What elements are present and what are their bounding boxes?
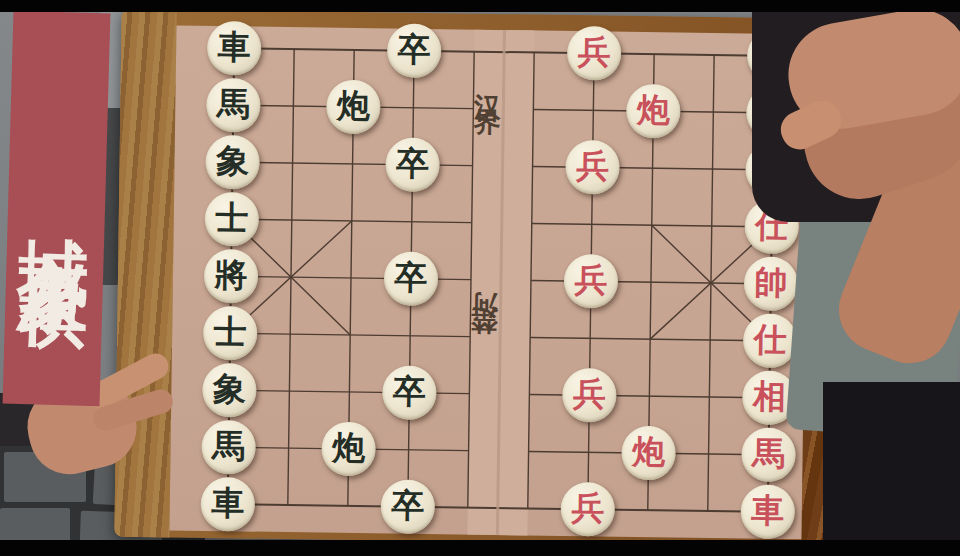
black-elephant-piece[interactable]: 象 xyxy=(205,134,260,189)
black-soldier-piece[interactable]: 卒 xyxy=(384,251,439,306)
board-point: 兵 xyxy=(559,366,620,424)
board-point: 卒 xyxy=(379,363,440,421)
black-soldier-piece[interactable]: 卒 xyxy=(387,23,442,78)
red-chariot-piece[interactable]: 車 xyxy=(740,484,795,539)
board-point: 卒 xyxy=(377,477,438,535)
board-point: 卒 xyxy=(382,135,443,193)
board-point: 兵 xyxy=(561,252,622,310)
board-point: 士 xyxy=(201,190,262,248)
red-advisor-piece[interactable]: 仕 xyxy=(743,313,798,368)
black-cannon-piece[interactable]: 炮 xyxy=(326,79,381,134)
letterbox-top xyxy=(0,0,960,12)
red-cannon-piece[interactable]: 炮 xyxy=(626,83,681,138)
board-point: 炮 xyxy=(323,78,384,136)
black-cannon-piece[interactable]: 炮 xyxy=(321,421,376,476)
red-cannon-piece[interactable]: 炮 xyxy=(621,425,676,480)
red-soldier-piece[interactable]: 兵 xyxy=(562,367,617,422)
board-point: 車 xyxy=(204,19,265,77)
black-general-piece[interactable]: 將 xyxy=(204,248,259,303)
black-horse-piece[interactable]: 馬 xyxy=(206,77,261,132)
red-soldier-piece[interactable]: 兵 xyxy=(567,25,622,80)
wood-frame-left xyxy=(114,9,176,538)
black-elephant-piece[interactable]: 象 xyxy=(202,362,257,417)
board-point: 卒 xyxy=(384,21,445,79)
board-point: 將 xyxy=(201,247,262,305)
board-point: 帥 xyxy=(741,254,802,312)
board-point: 車 xyxy=(197,475,258,533)
board-point: 卒 xyxy=(381,249,442,307)
board-point: 象 xyxy=(199,361,260,419)
black-advisor-piece[interactable]: 士 xyxy=(203,305,258,360)
board-point: 炮 xyxy=(618,424,679,482)
board-point: 士 xyxy=(200,304,261,362)
board-point: 車 xyxy=(737,482,798,540)
board-point: 兵 xyxy=(562,138,623,196)
banner-text: 城市象棋 xyxy=(9,179,105,238)
board-point: 馬 xyxy=(203,76,264,134)
black-soldier-piece[interactable]: 卒 xyxy=(385,137,440,192)
board-point: 炮 xyxy=(623,82,684,140)
red-soldier-piece[interactable]: 兵 xyxy=(560,481,615,536)
board-paper: 汉界 楚河 車馬象士將士象馬車炮炮卒卒卒卒卒兵兵兵兵兵炮炮車馬相仕帥仕相馬車 xyxy=(169,25,808,539)
street-xiangqi-photo: 城市象棋 汉界 楚河 車馬象士將士象馬車炮炮卒卒卒卒卒兵兵兵兵兵炮炮車馬相仕帥仕… xyxy=(0,0,960,556)
board-point: 馬 xyxy=(738,425,799,483)
title-banner: 城市象棋 xyxy=(3,11,111,407)
red-soldier-piece[interactable]: 兵 xyxy=(564,253,619,308)
board-point: 炮 xyxy=(318,420,379,478)
letterbox-bottom xyxy=(0,540,960,556)
pieces-grid: 車馬象士將士象馬車炮炮卒卒卒卒卒兵兵兵兵兵炮炮車馬相仕帥仕相馬車 xyxy=(197,19,804,540)
black-chariot-piece[interactable]: 車 xyxy=(200,476,255,531)
board-point: 馬 xyxy=(198,418,259,476)
board-point: 象 xyxy=(202,133,263,191)
board-point: 兵 xyxy=(557,480,618,538)
black-soldier-piece[interactable]: 卒 xyxy=(382,365,437,420)
red-soldier-piece[interactable]: 兵 xyxy=(565,139,620,194)
board-point: 兵 xyxy=(564,24,625,82)
red-general-piece[interactable]: 帥 xyxy=(744,256,799,311)
black-chariot-piece[interactable]: 車 xyxy=(207,20,262,75)
player-clothing-bottom-right xyxy=(823,382,960,544)
black-horse-piece[interactable]: 馬 xyxy=(201,419,256,474)
red-horse-piece[interactable]: 馬 xyxy=(741,427,796,482)
black-soldier-piece[interactable]: 卒 xyxy=(380,479,435,534)
black-advisor-piece[interactable]: 士 xyxy=(204,191,259,246)
